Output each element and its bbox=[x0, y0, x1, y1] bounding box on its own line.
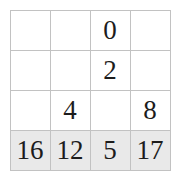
grid-cell-empty-r2c2[interactable] bbox=[51, 51, 90, 90]
grid-cell-empty-r1c4[interactable] bbox=[131, 11, 170, 50]
grid-cell-empty-r3c3[interactable] bbox=[91, 91, 130, 130]
grid-cell-given-r4c3: 5 bbox=[91, 131, 130, 170]
grid-cell-empty-r2c4[interactable] bbox=[131, 51, 170, 90]
grid-cell-empty-r2c1[interactable] bbox=[11, 51, 50, 90]
grid-cell-empty-r1c1[interactable] bbox=[11, 11, 50, 50]
grid-cell-given-r1c3: 0 bbox=[91, 11, 130, 50]
puzzle-grid: 02481612517 bbox=[10, 10, 171, 171]
grid-cell-empty-r3c1[interactable] bbox=[11, 91, 50, 130]
grid-cell-given-r2c3: 2 bbox=[91, 51, 130, 90]
grid-cell-given-r4c4: 17 bbox=[131, 131, 170, 170]
grid-cell-given-r3c2: 4 bbox=[51, 91, 90, 130]
grid-cell-given-r4c2: 12 bbox=[51, 131, 90, 170]
grid-cell-given-r4c1: 16 bbox=[11, 131, 50, 170]
grid-cell-empty-r1c2[interactable] bbox=[51, 11, 90, 50]
puzzle-page: 02481612517 bbox=[0, 0, 180, 180]
grid-cell-given-r3c4: 8 bbox=[131, 91, 170, 130]
